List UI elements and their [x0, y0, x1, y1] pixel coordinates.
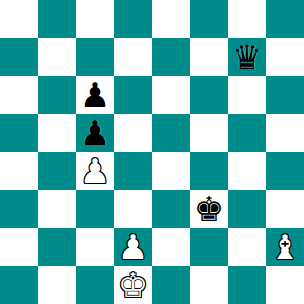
square-b5[interactable]: [38, 114, 76, 152]
piece-black-queen[interactable]: ♛: [232, 38, 262, 76]
square-h1[interactable]: [266, 266, 304, 304]
square-h2[interactable]: ♝: [266, 228, 304, 266]
square-b4[interactable]: [38, 152, 76, 190]
square-a4[interactable]: [0, 152, 38, 190]
square-e1[interactable]: [152, 266, 190, 304]
square-a3[interactable]: [0, 190, 38, 228]
square-b1[interactable]: [38, 266, 76, 304]
piece-white-bishop[interactable]: ♝: [270, 228, 300, 266]
square-g7[interactable]: ♛: [228, 38, 266, 76]
square-b7[interactable]: [38, 38, 76, 76]
square-f1[interactable]: [190, 266, 228, 304]
square-a1[interactable]: [0, 266, 38, 304]
square-f4[interactable]: [190, 152, 228, 190]
square-e6[interactable]: [152, 76, 190, 114]
square-e7[interactable]: [152, 38, 190, 76]
square-a7[interactable]: [0, 38, 38, 76]
square-d1[interactable]: ♚: [114, 266, 152, 304]
square-f6[interactable]: [190, 76, 228, 114]
square-g4[interactable]: [228, 152, 266, 190]
square-e4[interactable]: [152, 152, 190, 190]
square-d2[interactable]: ♟: [114, 228, 152, 266]
square-c6[interactable]: ♟: [76, 76, 114, 114]
square-e3[interactable]: [152, 190, 190, 228]
square-f3[interactable]: ♚: [190, 190, 228, 228]
square-f8[interactable]: [190, 0, 228, 38]
square-b3[interactable]: [38, 190, 76, 228]
piece-black-pawn[interactable]: ♟: [80, 76, 110, 114]
chess-board: ♛♟♟♟♚♟♝♚: [0, 0, 304, 304]
square-d3[interactable]: [114, 190, 152, 228]
square-c1[interactable]: [76, 266, 114, 304]
square-d6[interactable]: [114, 76, 152, 114]
square-g5[interactable]: [228, 114, 266, 152]
square-c2[interactable]: [76, 228, 114, 266]
square-e2[interactable]: [152, 228, 190, 266]
piece-black-pawn[interactable]: ♟: [80, 114, 110, 152]
square-g1[interactable]: [228, 266, 266, 304]
square-g8[interactable]: [228, 0, 266, 38]
square-f2[interactable]: [190, 228, 228, 266]
square-c3[interactable]: [76, 190, 114, 228]
piece-white-pawn[interactable]: ♟: [118, 228, 148, 266]
piece-white-king[interactable]: ♚: [118, 266, 148, 304]
square-d4[interactable]: [114, 152, 152, 190]
square-a6[interactable]: [0, 76, 38, 114]
square-a8[interactable]: [0, 0, 38, 38]
square-h4[interactable]: [266, 152, 304, 190]
square-d8[interactable]: [114, 0, 152, 38]
square-f5[interactable]: [190, 114, 228, 152]
square-f7[interactable]: [190, 38, 228, 76]
square-c8[interactable]: [76, 0, 114, 38]
square-d7[interactable]: [114, 38, 152, 76]
square-e5[interactable]: [152, 114, 190, 152]
square-c4[interactable]: ♟: [76, 152, 114, 190]
square-b8[interactable]: [38, 0, 76, 38]
square-h6[interactable]: [266, 76, 304, 114]
square-e8[interactable]: [152, 0, 190, 38]
square-h3[interactable]: [266, 190, 304, 228]
square-h7[interactable]: [266, 38, 304, 76]
square-d5[interactable]: [114, 114, 152, 152]
square-h5[interactable]: [266, 114, 304, 152]
piece-white-pawn[interactable]: ♟: [80, 152, 110, 190]
piece-black-king[interactable]: ♚: [194, 190, 224, 228]
square-g3[interactable]: [228, 190, 266, 228]
square-g2[interactable]: [228, 228, 266, 266]
square-g6[interactable]: [228, 76, 266, 114]
square-b2[interactable]: [38, 228, 76, 266]
square-c5[interactable]: ♟: [76, 114, 114, 152]
square-c7[interactable]: [76, 38, 114, 76]
square-a5[interactable]: [0, 114, 38, 152]
square-h8[interactable]: [266, 0, 304, 38]
square-b6[interactable]: [38, 76, 76, 114]
square-a2[interactable]: [0, 228, 38, 266]
